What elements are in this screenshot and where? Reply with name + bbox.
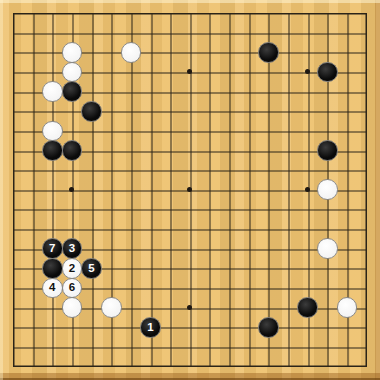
black-stone-C6 [42,258,63,279]
star-point [187,187,192,192]
black-stone-C12 [42,140,63,161]
white-stone-R10 [317,179,338,200]
move-number: 2 [69,262,75,274]
white-stone-D5: 6 [62,278,83,299]
black-stone-R16 [317,62,338,83]
move-number: 4 [49,282,55,294]
black-stone-Q4 [297,297,318,318]
black-stone-H3: 1 [140,317,161,338]
black-stone-D7: 3 [62,238,83,259]
white-stone-D4 [62,297,83,318]
move-number: 1 [147,321,153,333]
star-point [305,187,310,192]
black-stone-R12 [317,140,338,161]
white-stone-C13 [42,121,63,142]
white-stone-D16 [62,62,83,83]
white-stone-G17 [121,42,142,63]
black-stone-C7: 7 [42,238,63,259]
star-point [69,187,74,192]
move-number: 7 [49,242,55,254]
move-number: 3 [69,242,75,254]
star-point [187,69,192,74]
white-stone-R7 [317,238,338,259]
black-stone-E14 [81,101,102,122]
black-stone-E6: 5 [81,258,102,279]
white-stone-D6: 2 [62,258,83,279]
black-stone-N3 [258,317,279,338]
white-stone-C15 [42,81,63,102]
star-point [305,69,310,74]
black-stone-N17 [258,42,279,63]
white-stone-D17 [62,42,83,63]
go-board: 7325461 [0,0,380,380]
white-stone-C5: 4 [42,278,63,299]
white-stone-F4 [101,297,122,318]
black-stone-D15 [62,81,83,102]
move-number: 6 [69,282,75,294]
board-grid[interactable]: 7325461 [3,3,376,376]
star-point [187,305,192,310]
black-stone-D12 [62,140,83,161]
white-stone-S4 [337,297,358,318]
move-number: 5 [88,262,94,274]
